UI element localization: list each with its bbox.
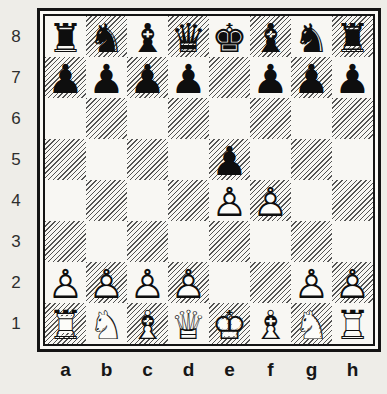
white-rook-piece: ♜♖ bbox=[335, 305, 371, 345]
white-piece-glyph: ♙ bbox=[335, 261, 371, 307]
white-piece-glyph: ♙ bbox=[130, 261, 166, 307]
white-piece-glyph: ♙ bbox=[212, 179, 248, 225]
square-g7[interactable]: ♟ bbox=[291, 57, 332, 98]
black-piece-glyph: ♟ bbox=[48, 56, 84, 102]
square-a5[interactable] bbox=[45, 139, 86, 180]
black-piece-glyph: ♟ bbox=[253, 56, 289, 102]
black-piece-glyph: ♟ bbox=[335, 56, 371, 102]
white-pawn-piece: ♟♙ bbox=[253, 182, 289, 222]
black-pawn-piece: ♟ bbox=[171, 59, 207, 99]
square-a7[interactable]: ♟ bbox=[45, 57, 86, 98]
square-d6[interactable] bbox=[168, 98, 209, 139]
square-c1[interactable]: ♝♗ bbox=[127, 303, 168, 344]
board-inner-frame: ♜♞♝♛♚♝♞♜♟♟♟♟♟♟♟♟♟♙♟♙♟♙♟♙♟♙♟♙♟♙♟♙♜♖♞♘♝♗♛♕… bbox=[43, 14, 375, 346]
square-h4[interactable] bbox=[332, 180, 373, 221]
white-piece-glyph: ♙ bbox=[48, 261, 84, 307]
square-c6[interactable] bbox=[127, 98, 168, 139]
rank-label-4: 4 bbox=[2, 180, 30, 221]
white-pawn-piece: ♟♙ bbox=[48, 264, 84, 304]
black-pawn-piece: ♟ bbox=[335, 59, 371, 99]
black-piece-glyph: ♝ bbox=[130, 15, 166, 61]
square-e4[interactable]: ♟♙ bbox=[209, 180, 250, 221]
white-piece-glyph: ♙ bbox=[253, 179, 289, 225]
white-knight-piece: ♞♘ bbox=[89, 305, 125, 345]
rank-label-7: 7 bbox=[2, 57, 30, 98]
white-pawn-piece: ♟♙ bbox=[335, 264, 371, 304]
white-piece-glyph: ♖ bbox=[335, 302, 371, 348]
rank-labels: 87654321 bbox=[2, 16, 30, 344]
square-a8[interactable]: ♜ bbox=[45, 16, 86, 57]
white-piece-glyph: ♘ bbox=[294, 302, 330, 348]
white-pawn-piece: ♟♙ bbox=[89, 264, 125, 304]
square-e5[interactable]: ♟ bbox=[209, 139, 250, 180]
file-label-c: c bbox=[127, 354, 168, 392]
file-label-d: d bbox=[168, 354, 209, 392]
rank-label-8: 8 bbox=[2, 16, 30, 57]
black-piece-glyph: ♟ bbox=[171, 56, 207, 102]
white-bishop-piece: ♝♗ bbox=[253, 305, 289, 345]
black-piece-glyph: ♟ bbox=[130, 56, 166, 102]
file-label-h: h bbox=[332, 354, 373, 392]
square-h1[interactable]: ♜♖ bbox=[332, 303, 373, 344]
square-h6[interactable] bbox=[332, 98, 373, 139]
square-h2[interactable]: ♟♙ bbox=[332, 262, 373, 303]
square-f2[interactable] bbox=[250, 262, 291, 303]
square-d3[interactable] bbox=[168, 221, 209, 262]
square-b6[interactable] bbox=[86, 98, 127, 139]
square-a1[interactable]: ♜♖ bbox=[45, 303, 86, 344]
black-piece-glyph: ♝ bbox=[253, 15, 289, 61]
square-a2[interactable]: ♟♙ bbox=[45, 262, 86, 303]
rank-label-6: 6 bbox=[2, 98, 30, 139]
square-e8[interactable]: ♚ bbox=[209, 16, 250, 57]
white-piece-glyph: ♖ bbox=[48, 302, 84, 348]
square-h5[interactable] bbox=[332, 139, 373, 180]
square-f7[interactable]: ♟ bbox=[250, 57, 291, 98]
black-pawn-piece: ♟ bbox=[48, 59, 84, 99]
square-f6[interactable] bbox=[250, 98, 291, 139]
white-pawn-piece: ♟♙ bbox=[171, 264, 207, 304]
rank-label-1: 1 bbox=[2, 303, 30, 344]
square-f1[interactable]: ♝♗ bbox=[250, 303, 291, 344]
square-a4[interactable] bbox=[45, 180, 86, 221]
board: ♜♞♝♛♚♝♞♜♟♟♟♟♟♟♟♟♟♙♟♙♟♙♟♙♟♙♟♙♟♙♟♙♜♖♞♘♝♗♛♕… bbox=[45, 16, 373, 344]
black-queen-piece: ♛ bbox=[171, 18, 207, 58]
white-piece-glyph: ♔ bbox=[212, 302, 248, 348]
square-f3[interactable] bbox=[250, 221, 291, 262]
square-g6[interactable] bbox=[291, 98, 332, 139]
square-b7[interactable]: ♟ bbox=[86, 57, 127, 98]
black-pawn-piece: ♟ bbox=[130, 59, 166, 99]
white-queen-piece: ♛♕ bbox=[171, 305, 207, 345]
square-c7[interactable]: ♟ bbox=[127, 57, 168, 98]
square-g8[interactable]: ♞ bbox=[291, 16, 332, 57]
white-piece-glyph: ♗ bbox=[253, 302, 289, 348]
black-pawn-piece: ♟ bbox=[89, 59, 125, 99]
black-piece-glyph: ♜ bbox=[48, 15, 84, 61]
square-d2[interactable]: ♟♙ bbox=[168, 262, 209, 303]
square-d4[interactable] bbox=[168, 180, 209, 221]
file-label-b: b bbox=[86, 354, 127, 392]
square-c3[interactable] bbox=[127, 221, 168, 262]
square-c5[interactable] bbox=[127, 139, 168, 180]
rank-label-2: 2 bbox=[2, 262, 30, 303]
square-h8[interactable]: ♜ bbox=[332, 16, 373, 57]
square-e7[interactable] bbox=[209, 57, 250, 98]
square-d5[interactable] bbox=[168, 139, 209, 180]
white-knight-piece: ♞♘ bbox=[294, 305, 330, 345]
square-g3[interactable] bbox=[291, 221, 332, 262]
black-piece-glyph: ♜ bbox=[335, 15, 371, 61]
black-pawn-piece: ♟ bbox=[212, 141, 248, 181]
file-label-g: g bbox=[291, 354, 332, 392]
white-pawn-piece: ♟♙ bbox=[130, 264, 166, 304]
white-piece-glyph: ♙ bbox=[89, 261, 125, 307]
square-b8[interactable]: ♞ bbox=[86, 16, 127, 57]
black-piece-glyph: ♟ bbox=[294, 56, 330, 102]
black-piece-glyph: ♞ bbox=[294, 15, 330, 61]
white-piece-glyph: ♘ bbox=[89, 302, 125, 348]
white-piece-glyph: ♕ bbox=[171, 302, 207, 348]
rank-label-3: 3 bbox=[2, 221, 30, 262]
chess-diagram: 87654321 ♜♞♝♛♚♝♞♜♟♟♟♟♟♟♟♟♟♙♟♙♟♙♟♙♟♙♟♙♟♙♟… bbox=[0, 0, 387, 394]
black-king-piece: ♚ bbox=[212, 18, 248, 58]
square-a3[interactable] bbox=[45, 221, 86, 262]
file-label-e: e bbox=[209, 354, 250, 392]
white-piece-glyph: ♙ bbox=[171, 261, 207, 307]
white-piece-glyph: ♙ bbox=[294, 261, 330, 307]
white-bishop-piece: ♝♗ bbox=[130, 305, 166, 345]
square-e2[interactable] bbox=[209, 262, 250, 303]
square-b4[interactable] bbox=[86, 180, 127, 221]
file-labels: abcdefgh bbox=[45, 354, 373, 392]
white-rook-piece: ♜♖ bbox=[48, 305, 84, 345]
black-pawn-piece: ♟ bbox=[253, 59, 289, 99]
square-d7[interactable]: ♟ bbox=[168, 57, 209, 98]
black-pawn-piece: ♟ bbox=[294, 59, 330, 99]
black-knight-piece: ♞ bbox=[294, 18, 330, 58]
square-c2[interactable]: ♟♙ bbox=[127, 262, 168, 303]
white-king-piece: ♚♔ bbox=[212, 305, 248, 345]
square-c8[interactable]: ♝ bbox=[127, 16, 168, 57]
square-g5[interactable] bbox=[291, 139, 332, 180]
square-b5[interactable] bbox=[86, 139, 127, 180]
square-g2[interactable]: ♟♙ bbox=[291, 262, 332, 303]
square-e6[interactable] bbox=[209, 98, 250, 139]
square-b1[interactable]: ♞♘ bbox=[86, 303, 127, 344]
square-b3[interactable] bbox=[86, 221, 127, 262]
black-piece-glyph: ♞ bbox=[89, 15, 125, 61]
black-piece-glyph: ♟ bbox=[212, 138, 248, 184]
square-b2[interactable]: ♟♙ bbox=[86, 262, 127, 303]
file-label-f: f bbox=[250, 354, 291, 392]
square-g4[interactable] bbox=[291, 180, 332, 221]
white-pawn-piece: ♟♙ bbox=[212, 182, 248, 222]
black-piece-glyph: ♟ bbox=[89, 56, 125, 102]
square-d1[interactable]: ♛♕ bbox=[168, 303, 209, 344]
black-rook-piece: ♜ bbox=[335, 18, 371, 58]
white-piece-glyph: ♗ bbox=[130, 302, 166, 348]
square-h3[interactable] bbox=[332, 221, 373, 262]
square-h7[interactable]: ♟ bbox=[332, 57, 373, 98]
square-e3[interactable] bbox=[209, 221, 250, 262]
black-knight-piece: ♞ bbox=[89, 18, 125, 58]
square-f8[interactable]: ♝ bbox=[250, 16, 291, 57]
black-piece-glyph: ♚ bbox=[212, 15, 248, 61]
square-a6[interactable] bbox=[45, 98, 86, 139]
board-outer-frame: ♜♞♝♛♚♝♞♜♟♟♟♟♟♟♟♟♟♙♟♙♟♙♟♙♟♙♟♙♟♙♟♙♜♖♞♘♝♗♛♕… bbox=[37, 8, 381, 352]
square-d8[interactable]: ♛ bbox=[168, 16, 209, 57]
file-label-a: a bbox=[45, 354, 86, 392]
square-c4[interactable] bbox=[127, 180, 168, 221]
black-bishop-piece: ♝ bbox=[130, 18, 166, 58]
rank-label-5: 5 bbox=[2, 139, 30, 180]
square-f4[interactable]: ♟♙ bbox=[250, 180, 291, 221]
white-pawn-piece: ♟♙ bbox=[294, 264, 330, 304]
square-f5[interactable] bbox=[250, 139, 291, 180]
black-rook-piece: ♜ bbox=[48, 18, 84, 58]
square-e1[interactable]: ♚♔ bbox=[209, 303, 250, 344]
black-piece-glyph: ♛ bbox=[171, 15, 207, 61]
square-g1[interactable]: ♞♘ bbox=[291, 303, 332, 344]
black-bishop-piece: ♝ bbox=[253, 18, 289, 58]
